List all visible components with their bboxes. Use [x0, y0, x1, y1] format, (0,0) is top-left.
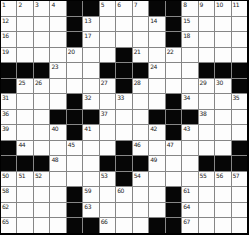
white-cell[interactable]: 18 [182, 32, 197, 47]
white-cell[interactable] [67, 156, 82, 171]
clue-number: 51 [18, 172, 25, 179]
white-cell[interactable] [17, 48, 32, 63]
white-cell[interactable] [100, 48, 115, 63]
black-cell [1, 79, 16, 94]
white-cell[interactable] [116, 203, 131, 218]
white-cell[interactable] [17, 203, 32, 218]
black-cell [67, 187, 82, 202]
white-cell[interactable]: 43 [182, 125, 197, 140]
white-cell[interactable] [199, 48, 214, 63]
white-cell[interactable] [67, 63, 82, 78]
white-cell[interactable]: 60 [116, 187, 131, 202]
white-cell[interactable] [182, 48, 197, 63]
white-cell[interactable] [34, 17, 49, 32]
black-cell [100, 156, 115, 171]
black-cell [116, 156, 131, 171]
white-cell[interactable]: 9 [199, 1, 214, 16]
white-cell[interactable]: 59 [83, 187, 98, 202]
white-cell[interactable]: 19 [1, 48, 16, 63]
clue-number: 17 [84, 32, 91, 39]
white-cell[interactable]: 14 [149, 17, 164, 32]
clue-number: 24 [150, 63, 157, 70]
black-cell [232, 63, 247, 78]
white-cell[interactable] [17, 94, 32, 109]
white-cell[interactable] [83, 141, 98, 156]
black-cell [34, 156, 49, 171]
white-cell[interactable]: 49 [149, 156, 164, 171]
white-cell[interactable]: 22 [166, 48, 181, 63]
clue-number: 45 [68, 141, 75, 148]
black-cell [83, 218, 98, 233]
white-cell[interactable]: 4 [50, 1, 65, 16]
white-cell[interactable] [215, 32, 230, 47]
white-cell[interactable] [149, 32, 164, 47]
white-cell[interactable]: 15 [182, 17, 197, 32]
clue-number: 60 [117, 187, 124, 194]
white-cell[interactable]: 39 [1, 125, 16, 140]
white-cell[interactable]: 34 [182, 94, 197, 109]
white-cell[interactable]: 44 [17, 141, 32, 156]
white-cell[interactable] [215, 48, 230, 63]
black-cell [166, 17, 181, 32]
white-cell[interactable] [133, 218, 148, 233]
black-cell [116, 79, 131, 94]
white-cell[interactable] [50, 79, 65, 94]
white-cell[interactable]: 57 [232, 172, 247, 187]
black-cell [166, 110, 181, 125]
black-cell [149, 1, 164, 16]
white-cell[interactable] [215, 125, 230, 140]
clue-number: 29 [200, 79, 207, 86]
white-cell[interactable] [50, 172, 65, 187]
white-cell[interactable] [50, 203, 65, 218]
black-cell [166, 1, 181, 16]
black-cell [83, 110, 98, 125]
white-cell[interactable] [232, 187, 247, 202]
white-cell[interactable] [215, 94, 230, 109]
white-cell[interactable] [133, 32, 148, 47]
white-cell[interactable] [199, 32, 214, 47]
black-cell [215, 156, 230, 171]
white-cell[interactable]: 13 [83, 17, 98, 32]
black-cell [182, 110, 197, 125]
white-cell[interactable]: 48 [50, 156, 65, 171]
white-cell[interactable] [166, 156, 181, 171]
white-cell[interactable] [34, 110, 49, 125]
black-cell [83, 1, 98, 16]
white-cell[interactable] [17, 110, 32, 125]
clue-number: 4 [51, 1, 54, 8]
white-cell[interactable] [34, 203, 49, 218]
white-cell[interactable]: 33 [116, 94, 131, 109]
crossword-grid: 1234567891011121314151617181920212223242… [0, 0, 249, 235]
clue-number: 44 [18, 141, 25, 148]
white-cell[interactable] [215, 203, 230, 218]
white-cell[interactable] [17, 17, 32, 32]
white-cell[interactable] [50, 32, 65, 47]
white-cell[interactable] [100, 203, 115, 218]
clue-number: 23 [51, 63, 58, 70]
black-cell [149, 110, 164, 125]
clue-number: 13 [84, 17, 91, 24]
clue-number: 5 [101, 1, 104, 8]
white-cell[interactable]: 5 [100, 1, 115, 16]
clue-number: 42 [150, 125, 157, 132]
black-cell [116, 172, 131, 187]
clue-number: 39 [2, 125, 9, 132]
white-cell[interactable]: 53 [100, 172, 115, 187]
black-cell [133, 63, 148, 78]
white-cell[interactable]: 10 [215, 1, 230, 16]
white-cell[interactable]: 29 [199, 79, 214, 94]
white-cell[interactable] [182, 141, 197, 156]
white-cell[interactable]: 46 [133, 141, 148, 156]
white-cell[interactable]: 7 [133, 1, 148, 16]
white-cell[interactable] [133, 125, 148, 140]
white-cell[interactable] [34, 32, 49, 47]
clue-number: 19 [2, 48, 9, 55]
white-cell[interactable] [50, 141, 65, 156]
clue-number: 41 [84, 125, 91, 132]
white-cell[interactable] [232, 17, 247, 32]
white-cell[interactable]: 28 [133, 79, 148, 94]
clue-number: 40 [51, 125, 58, 132]
clue-number: 21 [134, 48, 141, 55]
white-cell[interactable] [100, 94, 115, 109]
clue-number: 2 [18, 1, 21, 8]
clue-number: 56 [216, 172, 223, 179]
black-cell [116, 141, 131, 156]
black-cell [1, 63, 16, 78]
clue-number: 16 [2, 32, 9, 39]
white-cell[interactable]: 52 [34, 172, 49, 187]
black-cell [17, 156, 32, 171]
white-cell[interactable] [116, 32, 131, 47]
white-cell[interactable]: 66 [100, 218, 115, 233]
black-cell [67, 218, 82, 233]
black-cell [67, 203, 82, 218]
white-cell[interactable] [34, 218, 49, 233]
white-cell[interactable] [199, 125, 214, 140]
black-cell [1, 141, 16, 156]
white-cell[interactable] [67, 172, 82, 187]
clue-number: 11 [233, 1, 240, 8]
clue-number: 10 [216, 1, 223, 8]
clue-number: 38 [200, 110, 207, 117]
white-cell[interactable] [50, 218, 65, 233]
white-cell[interactable] [50, 17, 65, 32]
white-cell[interactable]: 37 [100, 110, 115, 125]
white-cell[interactable]: 31 [1, 94, 16, 109]
white-cell[interactable] [100, 32, 115, 47]
black-cell [149, 218, 164, 233]
white-cell[interactable] [199, 203, 214, 218]
clue-number: 32 [84, 94, 91, 101]
white-cell[interactable]: 63 [83, 203, 98, 218]
clue-number: 18 [183, 32, 190, 39]
white-cell[interactable]: 47 [166, 141, 181, 156]
white-cell[interactable] [149, 48, 164, 63]
white-cell[interactable] [199, 17, 214, 32]
clue-number: 36 [2, 110, 9, 117]
white-cell[interactable] [182, 156, 197, 171]
black-cell [166, 32, 181, 47]
black-cell [50, 110, 65, 125]
white-cell[interactable] [83, 172, 98, 187]
white-cell[interactable] [149, 94, 164, 109]
white-cell[interactable] [34, 94, 49, 109]
white-cell[interactable] [182, 172, 197, 187]
clue-number: 8 [183, 1, 186, 8]
white-cell[interactable]: 24 [149, 63, 164, 78]
white-cell[interactable]: 11 [232, 1, 247, 16]
white-cell[interactable] [50, 187, 65, 202]
black-cell [17, 63, 32, 78]
white-cell[interactable]: 17 [83, 32, 98, 47]
white-cell[interactable] [215, 141, 230, 156]
white-cell[interactable]: 26 [34, 79, 49, 94]
clue-number: 1 [2, 1, 5, 8]
white-cell[interactable] [83, 63, 98, 78]
white-cell[interactable] [232, 110, 247, 125]
white-cell[interactable]: 16 [1, 32, 16, 47]
white-cell[interactable] [50, 48, 65, 63]
clue-number: 22 [167, 48, 174, 55]
black-cell [215, 63, 230, 78]
clue-number: 67 [183, 218, 190, 225]
clue-number: 61 [183, 187, 190, 194]
white-cell[interactable] [182, 63, 197, 78]
white-cell[interactable] [215, 218, 230, 233]
black-cell [166, 187, 181, 202]
white-cell[interactable] [67, 79, 82, 94]
white-cell[interactable] [215, 17, 230, 32]
white-cell[interactable] [116, 125, 131, 140]
white-cell[interactable]: 25 [17, 79, 32, 94]
clue-number: 52 [35, 172, 42, 179]
black-cell [116, 48, 131, 63]
clue-number: 15 [183, 17, 190, 24]
black-cell [232, 156, 247, 171]
clue-number: 55 [200, 172, 207, 179]
white-cell[interactable]: 38 [199, 110, 214, 125]
white-cell[interactable]: 67 [182, 218, 197, 233]
white-cell[interactable] [199, 187, 214, 202]
clue-number: 50 [2, 172, 9, 179]
white-cell[interactable] [17, 32, 32, 47]
white-cell[interactable] [166, 79, 181, 94]
white-cell[interactable]: 3 [34, 1, 49, 16]
white-cell[interactable]: 30 [215, 79, 230, 94]
white-cell[interactable]: 50 [1, 172, 16, 187]
white-cell[interactable] [199, 141, 214, 156]
white-cell[interactable]: 40 [50, 125, 65, 140]
clue-number: 33 [117, 94, 124, 101]
white-cell[interactable]: 2 [17, 1, 32, 16]
white-cell[interactable] [83, 79, 98, 94]
white-cell[interactable] [199, 218, 214, 233]
black-cell [116, 63, 131, 78]
black-cell [67, 32, 82, 47]
black-cell [100, 63, 115, 78]
black-cell [67, 110, 82, 125]
white-cell[interactable] [232, 48, 247, 63]
black-cell [166, 218, 181, 233]
white-cell[interactable] [133, 110, 148, 125]
clue-number: 63 [84, 203, 91, 210]
black-cell [166, 203, 181, 218]
black-cell [199, 156, 214, 171]
clue-number: 6 [117, 1, 120, 8]
white-cell[interactable]: 32 [83, 94, 98, 109]
black-cell [1, 156, 16, 171]
white-cell[interactable]: 27 [100, 79, 115, 94]
white-cell[interactable] [133, 187, 148, 202]
clue-number: 53 [101, 172, 108, 179]
white-cell[interactable] [100, 187, 115, 202]
clue-number: 25 [18, 79, 25, 86]
clue-number: 49 [150, 156, 157, 163]
white-cell[interactable] [232, 218, 247, 233]
clue-number: 37 [101, 110, 108, 117]
clue-number: 48 [51, 156, 58, 163]
black-cell [232, 141, 247, 156]
black-cell [166, 125, 181, 140]
white-cell[interactable]: 65 [1, 218, 16, 233]
white-cell[interactable] [149, 79, 164, 94]
black-cell [166, 94, 181, 109]
white-cell[interactable]: 20 [67, 48, 82, 63]
white-cell[interactable]: 6 [116, 1, 131, 16]
white-cell[interactable] [50, 94, 65, 109]
white-cell[interactable] [149, 187, 164, 202]
white-cell[interactable] [182, 79, 197, 94]
white-cell[interactable] [149, 141, 164, 156]
clue-number: 28 [134, 79, 141, 86]
white-cell[interactable]: 61 [182, 187, 197, 202]
clue-number: 34 [183, 94, 190, 101]
white-cell[interactable]: 12 [1, 17, 16, 32]
white-cell[interactable] [116, 110, 131, 125]
white-cell[interactable] [116, 17, 131, 32]
white-cell[interactable] [133, 94, 148, 109]
white-cell[interactable] [133, 17, 148, 32]
clue-number: 7 [134, 1, 137, 8]
white-cell[interactable]: 51 [17, 172, 32, 187]
clue-number: 12 [2, 17, 9, 24]
white-cell[interactable]: 55 [199, 172, 214, 187]
clue-number: 31 [2, 94, 9, 101]
clue-number: 14 [150, 17, 157, 24]
white-cell[interactable]: 58 [1, 187, 16, 202]
clue-number: 35 [233, 94, 240, 101]
clue-number: 9 [200, 1, 203, 8]
white-cell[interactable] [232, 32, 247, 47]
white-cell[interactable] [17, 187, 32, 202]
black-cell [67, 94, 82, 109]
white-cell[interactable] [149, 172, 164, 187]
white-cell[interactable]: 64 [182, 203, 197, 218]
white-cell[interactable] [34, 125, 49, 140]
black-cell [67, 1, 82, 16]
clue-number: 57 [233, 172, 240, 179]
black-cell [67, 17, 82, 32]
white-cell[interactable]: 41 [83, 125, 98, 140]
white-cell[interactable]: 23 [50, 63, 65, 78]
white-cell[interactable] [34, 48, 49, 63]
white-cell[interactable]: 35 [232, 94, 247, 109]
white-cell[interactable] [83, 48, 98, 63]
white-cell[interactable]: 21 [133, 48, 148, 63]
white-cell[interactable] [166, 63, 181, 78]
clue-number: 20 [68, 48, 75, 55]
white-cell[interactable] [232, 203, 247, 218]
clue-number: 66 [101, 218, 108, 225]
clue-number: 59 [84, 187, 91, 194]
clue-number: 43 [183, 125, 190, 132]
white-cell[interactable]: 56 [215, 172, 230, 187]
white-cell[interactable] [232, 125, 247, 140]
white-cell[interactable] [34, 187, 49, 202]
white-cell[interactable] [100, 17, 115, 32]
clue-number: 54 [134, 172, 141, 179]
white-cell[interactable] [100, 141, 115, 156]
white-cell[interactable]: 1 [1, 1, 16, 16]
white-cell[interactable]: 62 [1, 203, 16, 218]
clue-number: 46 [134, 141, 141, 148]
crossword-board: 1234567891011121314151617181920212223242… [0, 0, 249, 235]
white-cell[interactable] [34, 141, 49, 156]
clue-number: 58 [2, 187, 9, 194]
clue-number: 26 [35, 79, 42, 86]
white-cell[interactable] [149, 203, 164, 218]
black-cell [67, 125, 82, 140]
white-cell[interactable] [215, 110, 230, 125]
white-cell[interactable]: 8 [182, 1, 197, 16]
white-cell[interactable]: 45 [67, 141, 82, 156]
clue-number: 27 [101, 79, 108, 86]
white-cell[interactable]: 36 [1, 110, 16, 125]
white-cell[interactable] [17, 125, 32, 140]
white-cell[interactable]: 42 [149, 125, 164, 140]
clue-number: 64 [183, 203, 190, 210]
black-cell [133, 156, 148, 171]
white-cell[interactable] [215, 187, 230, 202]
clue-number: 3 [35, 1, 38, 8]
white-cell[interactable] [116, 218, 131, 233]
clue-number: 62 [2, 203, 9, 210]
clue-number: 65 [2, 218, 9, 225]
white-cell[interactable] [100, 125, 115, 140]
white-cell[interactable] [166, 172, 181, 187]
white-cell[interactable] [83, 156, 98, 171]
clue-number: 47 [167, 141, 174, 148]
clue-number: 30 [216, 79, 223, 86]
black-cell [34, 63, 49, 78]
black-cell [199, 63, 214, 78]
white-cell[interactable] [133, 203, 148, 218]
black-cell [232, 79, 247, 94]
white-cell[interactable] [17, 218, 32, 233]
white-cell[interactable]: 54 [133, 172, 148, 187]
white-cell[interactable] [199, 94, 214, 109]
